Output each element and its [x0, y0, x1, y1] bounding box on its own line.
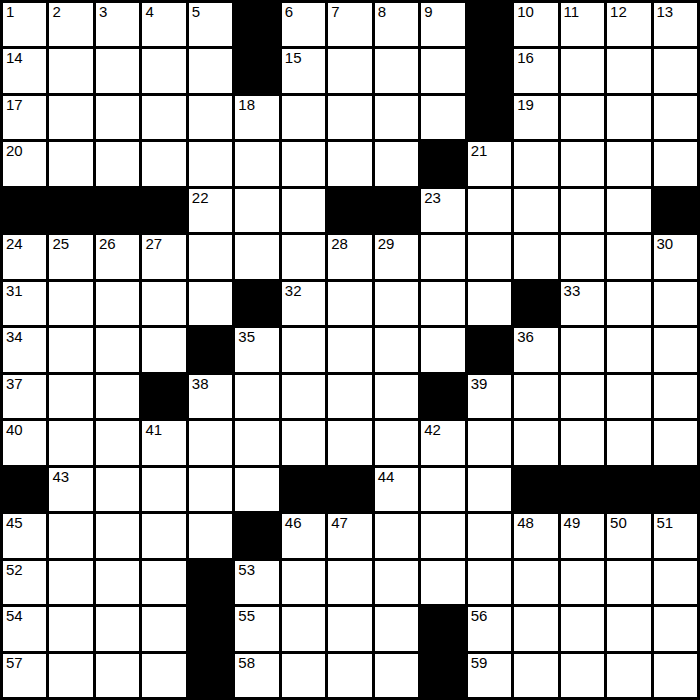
- clue-number-6: 6: [285, 3, 293, 21]
- cell-r13c10[interactable]: [421, 561, 464, 604]
- cell-r7c3[interactable]: [96, 282, 139, 325]
- cell-r6c5[interactable]: [189, 235, 232, 278]
- cell-r2c8[interactable]: [328, 49, 371, 92]
- clue-number-51: 51: [657, 514, 674, 532]
- cell-r8c2[interactable]: [49, 328, 92, 371]
- cell-r8c8[interactable]: [328, 328, 371, 371]
- clue-number-38: 38: [192, 375, 209, 393]
- clue-number-8: 8: [378, 3, 386, 21]
- cell-r9c5[interactable]: 38: [189, 375, 232, 418]
- cell-r3c14[interactable]: [607, 96, 650, 139]
- cell-r10c7[interactable]: [282, 421, 325, 464]
- cell-r7c4[interactable]: [142, 282, 185, 325]
- black-cell-r11c13: [561, 468, 604, 511]
- black-cell-r9c4: [142, 375, 185, 418]
- cell-r14c6[interactable]: 55: [235, 607, 278, 650]
- cell-r2c10[interactable]: [421, 49, 464, 92]
- cell-r10c2[interactable]: [49, 421, 92, 464]
- cell-r14c12[interactable]: [514, 607, 557, 650]
- cell-r4c11[interactable]: 21: [468, 142, 511, 185]
- cell-r8c6[interactable]: 35: [235, 328, 278, 371]
- cell-r12c5[interactable]: [189, 514, 232, 557]
- cell-r15c6[interactable]: 58: [235, 654, 278, 697]
- cell-r9c14[interactable]: [607, 375, 650, 418]
- cell-r6c11[interactable]: [468, 235, 511, 278]
- cell-r3c3[interactable]: [96, 96, 139, 139]
- cell-r11c10[interactable]: [421, 468, 464, 511]
- cell-r13c12[interactable]: [514, 561, 557, 604]
- clue-number-59: 59: [471, 654, 488, 672]
- cell-r15c7[interactable]: [282, 654, 325, 697]
- cell-r4c3[interactable]: [96, 142, 139, 185]
- cell-r3c5[interactable]: [189, 96, 232, 139]
- cell-r3c1[interactable]: 17: [3, 96, 46, 139]
- clue-number-30: 30: [657, 235, 674, 253]
- clue-number-18: 18: [238, 96, 255, 114]
- black-cell-r11c12: [514, 468, 557, 511]
- cell-r3c8[interactable]: [328, 96, 371, 139]
- clue-number-24: 24: [6, 235, 23, 253]
- cell-r3c4[interactable]: [142, 96, 185, 139]
- black-cell-r8c5: [189, 328, 232, 371]
- cell-r6c10[interactable]: [421, 235, 464, 278]
- cell-r7c10[interactable]: [421, 282, 464, 325]
- clue-number-33: 33: [564, 282, 581, 300]
- cell-r9c1[interactable]: 37: [3, 375, 46, 418]
- cell-r7c8[interactable]: [328, 282, 371, 325]
- cell-r15c3[interactable]: [96, 654, 139, 697]
- black-cell-r13c5: [189, 561, 232, 604]
- cell-r5c11[interactable]: [468, 189, 511, 232]
- cell-r12c13[interactable]: 49: [561, 514, 604, 557]
- cell-r2c4[interactable]: [142, 49, 185, 92]
- cell-r12c1[interactable]: 45: [3, 514, 46, 557]
- clue-number-45: 45: [6, 514, 23, 532]
- black-cell-r5c9: [375, 189, 418, 232]
- cell-r15c14[interactable]: [607, 654, 650, 697]
- cell-r12c3[interactable]: [96, 514, 139, 557]
- cell-r4c14[interactable]: [607, 142, 650, 185]
- cell-r11c2[interactable]: 43: [49, 468, 92, 511]
- black-cell-r2c11: [468, 49, 511, 92]
- cell-r10c12[interactable]: [514, 421, 557, 464]
- black-cell-r1c11: [468, 3, 511, 46]
- cell-r11c3[interactable]: [96, 468, 139, 511]
- cell-r2c9[interactable]: [375, 49, 418, 92]
- clue-number-46: 46: [285, 514, 302, 532]
- cell-r1c10[interactable]: 9: [421, 3, 464, 46]
- black-cell-r11c8: [328, 468, 371, 511]
- black-cell-r15c5: [189, 654, 232, 697]
- cell-r12c8[interactable]: 47: [328, 514, 371, 557]
- cell-r8c7[interactable]: [282, 328, 325, 371]
- cell-r13c14[interactable]: [607, 561, 650, 604]
- cell-r4c2[interactable]: [49, 142, 92, 185]
- cell-r15c8[interactable]: [328, 654, 371, 697]
- cell-r3c6[interactable]: 18: [235, 96, 278, 139]
- cell-r12c15[interactable]: 51: [654, 514, 697, 557]
- cell-r4c7[interactable]: [282, 142, 325, 185]
- cell-r15c4[interactable]: [142, 654, 185, 697]
- clue-number-19: 19: [517, 96, 534, 114]
- cell-r4c8[interactable]: [328, 142, 371, 185]
- cell-r10c10[interactable]: 42: [421, 421, 464, 464]
- clue-number-21: 21: [471, 142, 488, 160]
- cell-r10c5[interactable]: [189, 421, 232, 464]
- cell-r8c9[interactable]: [375, 328, 418, 371]
- cell-r6c4[interactable]: 27: [142, 235, 185, 278]
- cell-r7c14[interactable]: [607, 282, 650, 325]
- cell-r7c11[interactable]: [468, 282, 511, 325]
- clue-number-42: 42: [424, 421, 441, 439]
- cell-r10c8[interactable]: [328, 421, 371, 464]
- cell-r8c12[interactable]: 36: [514, 328, 557, 371]
- clue-number-36: 36: [517, 328, 534, 346]
- cell-r4c12[interactable]: [514, 142, 557, 185]
- cell-r5c7[interactable]: [282, 189, 325, 232]
- cell-r4c6[interactable]: [235, 142, 278, 185]
- cell-r14c14[interactable]: [607, 607, 650, 650]
- cell-r2c1[interactable]: 14: [3, 49, 46, 92]
- cell-r1c8[interactable]: 7: [328, 3, 371, 46]
- black-cell-r5c1: [3, 189, 46, 232]
- black-cell-r11c1: [3, 468, 46, 511]
- black-cell-r5c15: [654, 189, 697, 232]
- clue-number-11: 11: [564, 3, 580, 21]
- clue-number-29: 29: [378, 235, 395, 253]
- cell-r9c9[interactable]: [375, 375, 418, 418]
- cell-r2c2[interactable]: [49, 49, 92, 92]
- cell-r13c9[interactable]: [375, 561, 418, 604]
- cell-r6c15[interactable]: 30: [654, 235, 697, 278]
- cell-r2c5[interactable]: [189, 49, 232, 92]
- cell-r2c15[interactable]: [654, 49, 697, 92]
- clue-number-35: 35: [238, 328, 255, 346]
- cell-r9c15[interactable]: [654, 375, 697, 418]
- cell-r10c6[interactable]: [235, 421, 278, 464]
- cell-r15c9[interactable]: [375, 654, 418, 697]
- cell-r7c5[interactable]: [189, 282, 232, 325]
- clue-number-48: 48: [517, 514, 534, 532]
- cell-r15c11[interactable]: 59: [468, 654, 511, 697]
- cell-r13c15[interactable]: [654, 561, 697, 604]
- cell-r13c7[interactable]: [282, 561, 325, 604]
- cell-r14c7[interactable]: [282, 607, 325, 650]
- clue-number-1: 1: [6, 3, 14, 21]
- cell-r9c12[interactable]: [514, 375, 557, 418]
- cell-r13c2[interactable]: [49, 561, 92, 604]
- cell-r10c3[interactable]: [96, 421, 139, 464]
- cell-r2c14[interactable]: [607, 49, 650, 92]
- clue-number-3: 3: [99, 3, 107, 21]
- clue-number-28: 28: [331, 235, 348, 253]
- black-cell-r14c10: [421, 607, 464, 650]
- cell-r9c8[interactable]: [328, 375, 371, 418]
- cell-r7c2[interactable]: [49, 282, 92, 325]
- cell-r14c11[interactable]: 56: [468, 607, 511, 650]
- cell-r1c15[interactable]: 13: [654, 3, 697, 46]
- black-cell-r4c10: [421, 142, 464, 185]
- cell-r14c2[interactable]: [49, 607, 92, 650]
- black-cell-r5c4: [142, 189, 185, 232]
- cell-r1c4[interactable]: 4: [142, 3, 185, 46]
- cell-r6c14[interactable]: [607, 235, 650, 278]
- clue-number-20: 20: [6, 142, 23, 160]
- clue-number-40: 40: [6, 421, 23, 439]
- clue-number-14: 14: [6, 49, 23, 67]
- cell-r5c6[interactable]: [235, 189, 278, 232]
- cell-r13c8[interactable]: [328, 561, 371, 604]
- cell-r5c5[interactable]: 22: [189, 189, 232, 232]
- cell-r7c15[interactable]: [654, 282, 697, 325]
- clue-number-13: 13: [657, 3, 674, 21]
- cell-r2c3[interactable]: [96, 49, 139, 92]
- cell-r9c2[interactable]: [49, 375, 92, 418]
- cell-r2c7[interactable]: 15: [282, 49, 325, 92]
- cell-r2c12[interactable]: 16: [514, 49, 557, 92]
- clue-number-41: 41: [145, 421, 162, 439]
- cell-r15c12[interactable]: [514, 654, 557, 697]
- clue-number-17: 17: [6, 96, 23, 114]
- crossword-grid: 1234567891011121314151617181920212223242…: [0, 0, 700, 700]
- black-cell-r7c12: [514, 282, 557, 325]
- black-cell-r11c7: [282, 468, 325, 511]
- cell-r1c3[interactable]: 3: [96, 3, 139, 46]
- black-cell-r3c11: [468, 96, 511, 139]
- cell-r6c2[interactable]: 25: [49, 235, 92, 278]
- cell-r14c13[interactable]: [561, 607, 604, 650]
- clue-number-22: 22: [192, 189, 209, 207]
- clue-number-50: 50: [610, 514, 627, 532]
- black-cell-r15c10: [421, 654, 464, 697]
- clue-number-26: 26: [99, 235, 116, 253]
- cell-r11c11[interactable]: [468, 468, 511, 511]
- cell-r7c1[interactable]: 31: [3, 282, 46, 325]
- cell-r13c1[interactable]: 52: [3, 561, 46, 604]
- cell-r12c2[interactable]: [49, 514, 92, 557]
- cell-r3c13[interactable]: [561, 96, 604, 139]
- black-cell-r1c6: [235, 3, 278, 46]
- cell-r1c12[interactable]: 10: [514, 3, 557, 46]
- cell-r1c7[interactable]: 6: [282, 3, 325, 46]
- cell-r15c1[interactable]: 57: [3, 654, 46, 697]
- black-cell-r11c15: [654, 468, 697, 511]
- clue-number-27: 27: [145, 235, 162, 253]
- black-cell-r5c2: [49, 189, 92, 232]
- clue-number-2: 2: [52, 3, 60, 21]
- clue-number-7: 7: [331, 3, 339, 21]
- cell-r3c7[interactable]: [282, 96, 325, 139]
- cell-r15c13[interactable]: [561, 654, 604, 697]
- cell-r8c15[interactable]: [654, 328, 697, 371]
- cell-r1c13[interactable]: 11: [561, 3, 604, 46]
- cell-r14c9[interactable]: [375, 607, 418, 650]
- clue-number-43: 43: [52, 468, 69, 486]
- cell-r14c15[interactable]: [654, 607, 697, 650]
- clue-number-57: 57: [6, 654, 23, 672]
- cell-r6c6[interactable]: [235, 235, 278, 278]
- cell-r13c6[interactable]: 53: [235, 561, 278, 604]
- cell-r14c1[interactable]: 54: [3, 607, 46, 650]
- clue-number-10: 10: [517, 3, 534, 21]
- cell-r6c7[interactable]: [282, 235, 325, 278]
- cell-r1c5[interactable]: 5: [189, 3, 232, 46]
- clue-number-56: 56: [471, 607, 488, 625]
- clue-number-52: 52: [6, 561, 23, 579]
- cell-r12c10[interactable]: [421, 514, 464, 557]
- clue-number-58: 58: [238, 654, 255, 672]
- cell-r14c4[interactable]: [142, 607, 185, 650]
- cell-r8c14[interactable]: [607, 328, 650, 371]
- cell-r14c3[interactable]: [96, 607, 139, 650]
- cell-r15c2[interactable]: [49, 654, 92, 697]
- cell-r11c4[interactable]: [142, 468, 185, 511]
- cell-r3c12[interactable]: 19: [514, 96, 557, 139]
- cell-r4c9[interactable]: [375, 142, 418, 185]
- cell-r6c9[interactable]: 29: [375, 235, 418, 278]
- cell-r3c2[interactable]: [49, 96, 92, 139]
- cell-r1c14[interactable]: 12: [607, 3, 650, 46]
- cell-r6c13[interactable]: [561, 235, 604, 278]
- clue-number-37: 37: [6, 375, 23, 393]
- clue-number-15: 15: [285, 49, 302, 67]
- cell-r6c1[interactable]: 24: [3, 235, 46, 278]
- cell-r12c7[interactable]: 46: [282, 514, 325, 557]
- cell-r8c10[interactable]: [421, 328, 464, 371]
- black-cell-r12c6: [235, 514, 278, 557]
- cell-r6c8[interactable]: 28: [328, 235, 371, 278]
- clue-number-55: 55: [238, 607, 255, 625]
- black-cell-r7c6: [235, 282, 278, 325]
- cell-r4c15[interactable]: [654, 142, 697, 185]
- cell-r5c14[interactable]: [607, 189, 650, 232]
- black-cell-r5c8: [328, 189, 371, 232]
- cell-r5c13[interactable]: [561, 189, 604, 232]
- black-cell-r9c10: [421, 375, 464, 418]
- black-cell-r11c14: [607, 468, 650, 511]
- cell-r9c7[interactable]: [282, 375, 325, 418]
- cell-r3c9[interactable]: [375, 96, 418, 139]
- cell-r1c9[interactable]: 8: [375, 3, 418, 46]
- cell-r10c9[interactable]: [375, 421, 418, 464]
- cell-r8c13[interactable]: [561, 328, 604, 371]
- clue-number-12: 12: [610, 3, 627, 21]
- clue-number-44: 44: [378, 468, 395, 486]
- cell-r8c1[interactable]: 34: [3, 328, 46, 371]
- cell-r10c15[interactable]: [654, 421, 697, 464]
- cell-r10c11[interactable]: [468, 421, 511, 464]
- cell-r13c13[interactable]: [561, 561, 604, 604]
- cell-r4c5[interactable]: [189, 142, 232, 185]
- cell-r9c13[interactable]: [561, 375, 604, 418]
- black-cell-r5c3: [96, 189, 139, 232]
- cell-r10c13[interactable]: [561, 421, 604, 464]
- cell-r8c3[interactable]: [96, 328, 139, 371]
- cell-r10c14[interactable]: [607, 421, 650, 464]
- cell-r12c14[interactable]: 50: [607, 514, 650, 557]
- clue-number-23: 23: [424, 189, 441, 207]
- cell-r4c1[interactable]: 20: [3, 142, 46, 185]
- cell-r5c10[interactable]: 23: [421, 189, 464, 232]
- clue-number-49: 49: [564, 514, 581, 532]
- clue-number-47: 47: [331, 514, 348, 532]
- cell-r11c9[interactable]: 44: [375, 468, 418, 511]
- clue-number-16: 16: [517, 49, 534, 67]
- black-cell-r14c5: [189, 607, 232, 650]
- clue-number-4: 4: [145, 3, 153, 21]
- cell-r7c7[interactable]: 32: [282, 282, 325, 325]
- cell-r15c15[interactable]: [654, 654, 697, 697]
- cell-r13c4[interactable]: [142, 561, 185, 604]
- cell-r10c1[interactable]: 40: [3, 421, 46, 464]
- cell-r13c11[interactable]: [468, 561, 511, 604]
- cell-r7c9[interactable]: [375, 282, 418, 325]
- black-cell-r8c11: [468, 328, 511, 371]
- cell-r5c12[interactable]: [514, 189, 557, 232]
- cell-r4c4[interactable]: [142, 142, 185, 185]
- cell-r6c12[interactable]: [514, 235, 557, 278]
- cell-r12c9[interactable]: [375, 514, 418, 557]
- cell-r11c6[interactable]: [235, 468, 278, 511]
- cell-r12c12[interactable]: 48: [514, 514, 557, 557]
- cell-r12c4[interactable]: [142, 514, 185, 557]
- cell-r1c2[interactable]: 2: [49, 3, 92, 46]
- clue-number-25: 25: [52, 235, 69, 253]
- cell-r3c15[interactable]: [654, 96, 697, 139]
- clue-number-9: 9: [424, 3, 432, 21]
- cell-r8c4[interactable]: [142, 328, 185, 371]
- cell-r11c5[interactable]: [189, 468, 232, 511]
- cell-r10c4[interactable]: 41: [142, 421, 185, 464]
- clue-number-32: 32: [285, 282, 302, 300]
- cell-r6c3[interactable]: 26: [96, 235, 139, 278]
- clue-number-34: 34: [6, 328, 23, 346]
- cell-r3c10[interactable]: [421, 96, 464, 139]
- clue-number-39: 39: [471, 375, 488, 393]
- cell-r4c13[interactable]: [561, 142, 604, 185]
- cell-r2c13[interactable]: [561, 49, 604, 92]
- clue-number-54: 54: [6, 607, 23, 625]
- clue-number-53: 53: [238, 561, 255, 579]
- cell-r9c3[interactable]: [96, 375, 139, 418]
- cell-r12c11[interactable]: [468, 514, 511, 557]
- cell-r13c3[interactable]: [96, 561, 139, 604]
- cell-r1c1[interactable]: 1: [3, 3, 46, 46]
- cell-r14c8[interactable]: [328, 607, 371, 650]
- clue-number-5: 5: [192, 3, 200, 21]
- cell-r7c13[interactable]: 33: [561, 282, 604, 325]
- cell-r9c11[interactable]: 39: [468, 375, 511, 418]
- black-cell-r2c6: [235, 49, 278, 92]
- clue-number-31: 31: [6, 282, 23, 300]
- cell-r9c6[interactable]: [235, 375, 278, 418]
